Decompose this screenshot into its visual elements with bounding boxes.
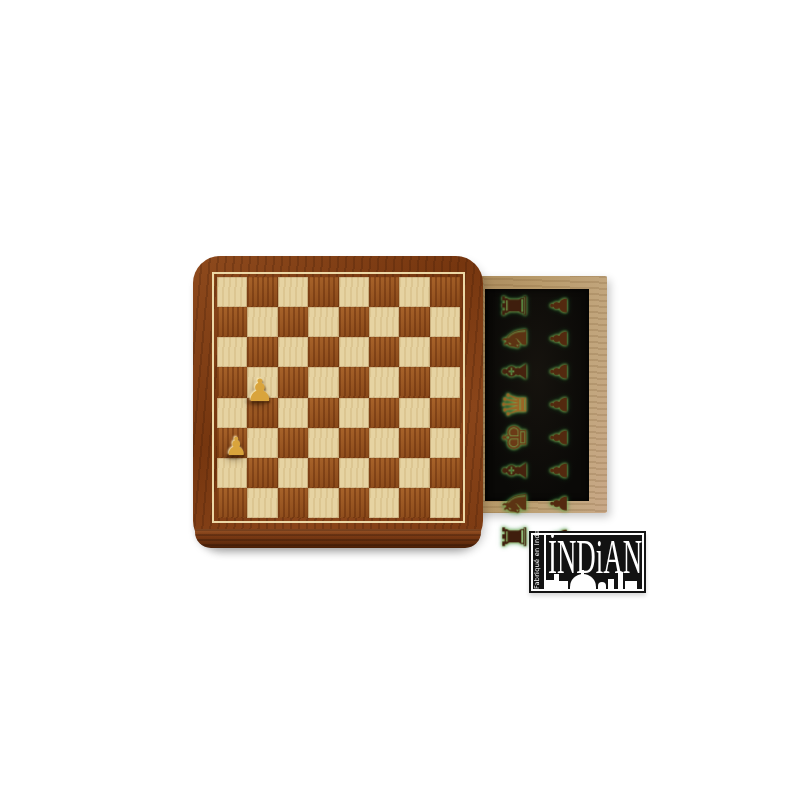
drawer-piece-pawn[interactable]: ♟	[548, 493, 571, 514]
logo-side-strip: Fabriqué en Inde	[533, 535, 544, 589]
square-f6[interactable]	[369, 337, 399, 367]
white-pawn-b5[interactable]: ♟	[246, 375, 274, 406]
square-c3[interactable]	[278, 428, 308, 458]
square-e2[interactable]	[339, 458, 369, 488]
square-f7[interactable]	[369, 307, 399, 337]
skyline-small-dome-icon	[598, 582, 606, 589]
square-d6[interactable]	[308, 337, 338, 367]
drawer-piece-knight[interactable]: ♞	[499, 489, 532, 519]
drawer-tray: ♜♟♞♟♝♟♛♟♚♟♝♟♞♟♜♟	[485, 289, 589, 501]
drawer-piece-pawn[interactable]: ♟	[548, 361, 571, 382]
square-b7[interactable]	[247, 307, 277, 337]
square-a7[interactable]	[217, 307, 247, 337]
square-g6[interactable]	[399, 337, 429, 367]
drawer-piece-bishop[interactable]: ♝	[499, 357, 532, 387]
drawer-piece-pawn[interactable]: ♟	[548, 460, 571, 481]
square-h2[interactable]	[430, 458, 460, 488]
square-d2[interactable]	[308, 458, 338, 488]
drawer-piece-pawn[interactable]: ♟	[548, 328, 571, 349]
square-c8[interactable]	[278, 277, 308, 307]
square-b3[interactable]	[247, 428, 277, 458]
square-a8[interactable]	[217, 277, 247, 307]
brand-name: İNDiAN	[548, 535, 642, 582]
made-in-india-label: Fabriqué en Inde	[533, 535, 544, 589]
square-b8[interactable]	[247, 277, 277, 307]
drawer-piece-queen[interactable]: ♛	[499, 390, 532, 420]
square-c1[interactable]	[278, 488, 308, 518]
tray-row: ♜♟	[485, 289, 589, 322]
square-d1[interactable]	[308, 488, 338, 518]
drawer-piece-rook[interactable]: ♜	[499, 291, 532, 321]
square-b6[interactable]	[247, 337, 277, 367]
square-g5[interactable]	[399, 367, 429, 397]
square-h6[interactable]	[430, 337, 460, 367]
square-c4[interactable]	[278, 398, 308, 428]
piece-storage-drawer[interactable]: ♜♟♞♟♝♟♛♟♚♟♝♟♞♟♜♟	[466, 276, 607, 513]
drawer-piece-pawn[interactable]: ♟	[548, 295, 571, 316]
square-e1[interactable]	[339, 488, 369, 518]
square-h3[interactable]	[430, 428, 460, 458]
square-h5[interactable]	[430, 367, 460, 397]
square-e6[interactable]	[339, 337, 369, 367]
tray-row: ♝♟	[485, 454, 589, 487]
square-d4[interactable]	[308, 398, 338, 428]
square-f3[interactable]	[369, 428, 399, 458]
square-h4[interactable]	[430, 398, 460, 428]
square-f1[interactable]	[369, 488, 399, 518]
board-front-grain	[195, 529, 481, 548]
square-g7[interactable]	[399, 307, 429, 337]
tray-row: ♞♟	[485, 322, 589, 355]
square-g3[interactable]	[399, 428, 429, 458]
square-c6[interactable]	[278, 337, 308, 367]
square-e8[interactable]	[339, 277, 369, 307]
drawer-felt-lining: ♜♟♞♟♝♟♛♟♚♟♝♟♞♟♜♟	[485, 289, 589, 501]
white-pawn-a3[interactable]: ♟	[225, 434, 247, 459]
square-f2[interactable]	[369, 458, 399, 488]
square-f5[interactable]	[369, 367, 399, 397]
drawer-piece-bishop[interactable]: ♝	[499, 456, 532, 486]
square-h7[interactable]	[430, 307, 460, 337]
square-f4[interactable]	[369, 398, 399, 428]
square-d8[interactable]	[308, 277, 338, 307]
drawer-piece-pawn[interactable]: ♟	[548, 394, 571, 415]
drawer-piece-knight[interactable]: ♞	[499, 324, 532, 354]
drawer-piece-pawn[interactable]: ♟	[548, 427, 571, 448]
square-f8[interactable]	[369, 277, 399, 307]
tray-row: ♚♟	[485, 421, 589, 454]
square-e7[interactable]	[339, 307, 369, 337]
brand-logo: Fabriqué en Inde İNDiAN	[529, 531, 646, 593]
square-b1[interactable]	[247, 488, 277, 518]
drawer-piece-king[interactable]: ♚	[499, 423, 532, 453]
square-e3[interactable]	[339, 428, 369, 458]
square-c2[interactable]	[278, 458, 308, 488]
square-a5[interactable]	[217, 367, 247, 397]
square-h1[interactable]	[430, 488, 460, 518]
tray-row: ♝♟	[485, 355, 589, 388]
square-g4[interactable]	[399, 398, 429, 428]
product-photo-stage: ♜♟♞♟♝♟♛♟♚♟♝♟♞♟♜♟ ♟♟ Fabriqué en Inde İND	[0, 0, 800, 800]
tray-row: ♞♟	[485, 487, 589, 520]
square-a1[interactable]	[217, 488, 247, 518]
square-g1[interactable]	[399, 488, 429, 518]
square-g2[interactable]	[399, 458, 429, 488]
square-h8[interactable]	[430, 277, 460, 307]
logo-main-panel: İNDiAN	[546, 535, 642, 589]
square-c7[interactable]	[278, 307, 308, 337]
chess-board: ♟♟	[193, 256, 483, 548]
square-e5[interactable]	[339, 367, 369, 397]
tray-row: ♛♟	[485, 388, 589, 421]
square-b2[interactable]	[247, 458, 277, 488]
square-e4[interactable]	[339, 398, 369, 428]
square-a6[interactable]	[217, 337, 247, 367]
drawer-piece-rook[interactable]: ♜	[499, 522, 532, 552]
square-g8[interactable]	[399, 277, 429, 307]
board-front-edge	[195, 529, 481, 548]
square-d5[interactable]	[308, 367, 338, 397]
square-d7[interactable]	[308, 307, 338, 337]
square-c5[interactable]	[278, 367, 308, 397]
square-a2[interactable]	[217, 458, 247, 488]
playfield: ♟♟	[217, 277, 460, 518]
square-d3[interactable]	[308, 428, 338, 458]
